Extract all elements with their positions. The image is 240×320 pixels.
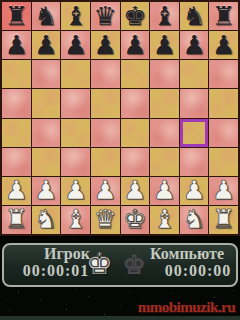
piece-white-pawn[interactable]: ♟	[123, 177, 146, 204]
square-d8[interactable]: ♛	[91, 2, 120, 30]
square-e5[interactable]	[121, 89, 150, 117]
app-screen: ♜♞♝♛♚♝♞♜♟♟♟♟♟♟♟♟♟♟♟♟♟♟♟♟♜♞♝♛♚♝♞♜ Игрок 0…	[0, 0, 240, 320]
square-g6[interactable]	[180, 60, 209, 88]
square-g2[interactable]: ♟	[180, 177, 209, 205]
square-a6[interactable]	[2, 60, 31, 88]
square-a8[interactable]: ♜	[2, 2, 31, 30]
black-king-icon: ♚	[122, 249, 146, 280]
computer-label: Компьюте	[150, 245, 224, 263]
square-c5[interactable]	[61, 89, 90, 117]
piece-black-pawn[interactable]: ♟	[153, 32, 176, 59]
square-d4[interactable]	[91, 119, 120, 147]
square-a2[interactable]: ♟	[2, 177, 31, 205]
piece-white-pawn[interactable]: ♟	[64, 177, 87, 204]
square-h5[interactable]	[209, 89, 238, 117]
piece-white-rook[interactable]: ♜	[5, 206, 28, 233]
square-g5[interactable]	[180, 89, 209, 117]
square-h2[interactable]: ♟	[209, 177, 238, 205]
piece-black-rook[interactable]: ♜	[5, 3, 28, 30]
computer-clock: 00:00:00	[156, 262, 238, 280]
square-f4[interactable]	[150, 119, 179, 147]
piece-black-bishop[interactable]: ♝	[64, 3, 87, 30]
piece-white-pawn[interactable]: ♟	[153, 177, 176, 204]
square-f3[interactable]	[150, 148, 179, 176]
square-g1[interactable]: ♞	[180, 206, 209, 234]
piece-white-rook[interactable]: ♜	[212, 206, 235, 233]
piece-black-rook[interactable]: ♜	[212, 3, 235, 30]
piece-white-knight[interactable]: ♞	[182, 206, 205, 233]
square-b1[interactable]: ♞	[32, 206, 61, 234]
watermark: mmobimuzik.ru	[138, 299, 235, 316]
clock-panel: Игрок 00:00:01 ♚ ♚ Компьюте 00:00:00	[2, 243, 238, 287]
piece-white-pawn[interactable]: ♟	[182, 177, 205, 204]
square-a3[interactable]	[2, 148, 31, 176]
piece-black-pawn[interactable]: ♟	[5, 32, 28, 59]
piece-white-pawn[interactable]: ♟	[5, 177, 28, 204]
square-d6[interactable]	[91, 60, 120, 88]
square-c3[interactable]	[61, 148, 90, 176]
square-e8[interactable]: ♚	[121, 2, 150, 30]
square-c1[interactable]: ♝	[61, 206, 90, 234]
square-b4[interactable]	[32, 119, 61, 147]
piece-black-pawn[interactable]: ♟	[182, 32, 205, 59]
piece-white-knight[interactable]: ♞	[34, 206, 57, 233]
square-e1[interactable]: ♚	[121, 206, 150, 234]
square-e4[interactable]	[121, 119, 150, 147]
square-h3[interactable]	[209, 148, 238, 176]
piece-black-queen[interactable]: ♛	[94, 3, 117, 30]
square-g8[interactable]: ♞	[180, 2, 209, 30]
square-h4[interactable]	[209, 119, 238, 147]
square-a5[interactable]	[2, 89, 31, 117]
piece-white-bishop[interactable]: ♝	[64, 206, 87, 233]
square-a4[interactable]	[2, 119, 31, 147]
piece-white-queen[interactable]: ♛	[94, 206, 117, 233]
piece-white-bishop[interactable]: ♝	[153, 206, 176, 233]
square-b2[interactable]: ♟	[32, 177, 61, 205]
square-e7[interactable]: ♟	[121, 31, 150, 59]
square-f8[interactable]: ♝	[150, 2, 179, 30]
white-king-icon: ♚	[86, 246, 113, 281]
square-b7[interactable]: ♟	[32, 31, 61, 59]
square-h6[interactable]	[209, 60, 238, 88]
square-c4[interactable]	[61, 119, 90, 147]
bottom-strip	[0, 316, 240, 320]
square-f7[interactable]: ♟	[150, 31, 179, 59]
square-h8[interactable]: ♜	[209, 2, 238, 30]
square-d7[interactable]: ♟	[91, 31, 120, 59]
square-c8[interactable]: ♝	[61, 2, 90, 30]
piece-white-pawn[interactable]: ♟	[94, 177, 117, 204]
piece-white-king[interactable]: ♚	[123, 206, 146, 233]
piece-black-king[interactable]: ♚	[123, 3, 146, 30]
square-d2[interactable]: ♟	[91, 177, 120, 205]
piece-black-pawn[interactable]: ♟	[34, 32, 57, 59]
square-d3[interactable]	[91, 148, 120, 176]
square-a7[interactable]: ♟	[2, 31, 31, 59]
chess-board[interactable]: ♜♞♝♛♚♝♞♜♟♟♟♟♟♟♟♟♟♟♟♟♟♟♟♟♜♞♝♛♚♝♞♜	[0, 0, 240, 237]
piece-black-pawn[interactable]: ♟	[94, 32, 117, 59]
square-c6[interactable]	[61, 60, 90, 88]
square-f1[interactable]: ♝	[150, 206, 179, 234]
piece-black-knight[interactable]: ♞	[34, 3, 57, 30]
piece-black-knight[interactable]: ♞	[182, 3, 205, 30]
square-f2[interactable]: ♟	[150, 177, 179, 205]
square-e3[interactable]	[121, 148, 150, 176]
square-b6[interactable]	[32, 60, 61, 88]
square-g3[interactable]	[180, 148, 209, 176]
square-c7[interactable]: ♟	[61, 31, 90, 59]
piece-black-pawn[interactable]: ♟	[123, 32, 146, 59]
square-b5[interactable]	[32, 89, 61, 117]
square-e6[interactable]	[121, 60, 150, 88]
square-a1[interactable]: ♜	[2, 206, 31, 234]
square-e2[interactable]: ♟	[121, 177, 150, 205]
piece-black-bishop[interactable]: ♝	[153, 3, 176, 30]
square-h1[interactable]: ♜	[209, 206, 238, 234]
piece-white-pawn[interactable]: ♟	[34, 177, 57, 204]
square-c2[interactable]: ♟	[61, 177, 90, 205]
piece-black-pawn[interactable]: ♟	[212, 32, 235, 59]
square-f6[interactable]	[150, 60, 179, 88]
square-b8[interactable]: ♞	[32, 2, 61, 30]
piece-black-pawn[interactable]: ♟	[64, 32, 87, 59]
square-f5[interactable]	[150, 89, 179, 117]
square-g4[interactable]	[180, 119, 209, 147]
square-b3[interactable]	[32, 148, 61, 176]
square-h7[interactable]: ♟	[209, 31, 238, 59]
square-d5[interactable]	[91, 89, 120, 117]
square-d1[interactable]: ♛	[91, 206, 120, 234]
background-speckles	[0, 0, 1, 1]
piece-white-pawn[interactable]: ♟	[212, 177, 235, 204]
square-g7[interactable]: ♟	[180, 31, 209, 59]
